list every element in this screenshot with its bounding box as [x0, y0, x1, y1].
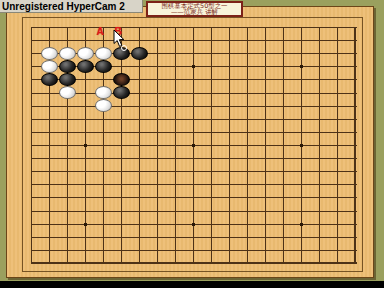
- lesson-title-box: 围棋基本定式50型之一 ——范家兵 讲解: [146, 1, 243, 17]
- black-stone: [113, 86, 130, 99]
- star-point: [300, 144, 303, 147]
- grid-line-vertical: [247, 27, 248, 264]
- grid-line-vertical: [229, 27, 230, 264]
- grid-line-horizontal: [31, 262, 357, 264]
- black-stone: [41, 73, 58, 86]
- star-point: [192, 65, 195, 68]
- white-stone: [95, 99, 112, 112]
- grid-line-horizontal: [31, 250, 357, 251]
- go-board[interactable]: AB: [6, 6, 374, 278]
- grid-line-horizontal: [31, 211, 357, 212]
- star-point: [192, 223, 195, 226]
- star-point: [84, 144, 87, 147]
- star-point: [300, 65, 303, 68]
- white-stone: [41, 60, 58, 73]
- grid-line-horizontal: [31, 79, 357, 80]
- hypercam-watermark: Unregistered HyperCam 2: [0, 0, 143, 13]
- star-point: [192, 144, 195, 147]
- black-stone: [77, 60, 94, 73]
- grid-line-vertical: [354, 27, 356, 264]
- star-point: [300, 223, 303, 226]
- grid-line-horizontal: [31, 119, 357, 120]
- screen: AB Unregistered HyperCam 2 围棋基本定式50型之一 —…: [0, 0, 384, 288]
- grid-line-horizontal: [31, 237, 357, 238]
- grid-line-vertical: [265, 27, 266, 264]
- white-stone: [95, 47, 112, 60]
- grid-line-vertical: [337, 27, 338, 264]
- grid-line-vertical: [211, 27, 212, 264]
- lesson-title-line2: ——范家兵 讲解: [152, 9, 238, 15]
- grid-line-horizontal: [31, 158, 357, 159]
- mouse-cursor: [113, 30, 126, 48]
- grid-line-horizontal: [31, 40, 357, 41]
- white-stone: [59, 86, 76, 99]
- white-stone: [77, 47, 94, 60]
- grid-line-vertical: [319, 27, 320, 264]
- white-stone: [41, 47, 58, 60]
- black-stone: [113, 73, 130, 86]
- black-stone: [131, 47, 148, 60]
- grid-line-horizontal: [31, 171, 357, 172]
- white-stone: [59, 47, 76, 60]
- grid-line-horizontal: [31, 184, 357, 185]
- grid-line-horizontal: [31, 197, 357, 198]
- grid-line-horizontal: [31, 27, 357, 28]
- grid-line-horizontal: [31, 93, 357, 94]
- black-stone: [59, 73, 76, 86]
- move-label-A: A: [94, 26, 106, 37]
- grid-line-vertical: [283, 27, 284, 264]
- grid-line-horizontal: [31, 132, 357, 133]
- black-stone: [59, 60, 76, 73]
- star-point: [84, 223, 87, 226]
- grid-line-horizontal: [31, 106, 357, 107]
- white-stone: [95, 86, 112, 99]
- black-stone: [95, 60, 112, 73]
